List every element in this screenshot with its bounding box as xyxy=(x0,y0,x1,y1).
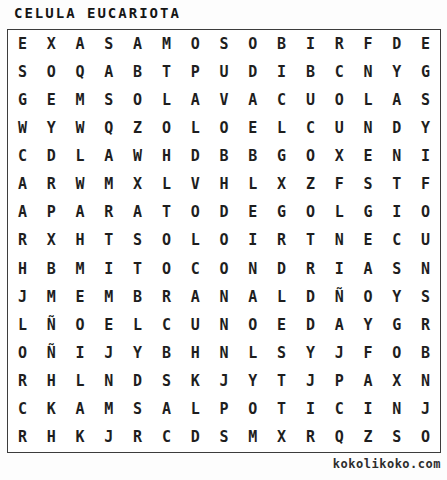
grid-cell[interactable]: G xyxy=(8,86,37,114)
grid-cell[interactable]: E xyxy=(354,143,383,171)
grid-cell[interactable]: D xyxy=(37,143,66,171)
grid-cell[interactable]: O xyxy=(37,58,66,86)
grid-cell[interactable]: T xyxy=(382,171,411,199)
grid-cell[interactable]: E xyxy=(411,30,440,58)
grid-cell[interactable]: A xyxy=(8,171,37,199)
grid-cell[interactable]: R xyxy=(94,199,123,227)
grid-cell[interactable]: B xyxy=(123,283,152,311)
grid-cell[interactable]: R xyxy=(267,227,296,255)
grid-cell[interactable]: A xyxy=(152,396,181,424)
grid-cell[interactable]: X xyxy=(325,143,354,171)
grid-cell[interactable]: I xyxy=(354,396,383,424)
grid-cell[interactable]: K xyxy=(66,424,95,452)
grid-cell[interactable]: P xyxy=(325,368,354,396)
grid-cell[interactable]: A xyxy=(354,368,383,396)
grid-cell[interactable]: J xyxy=(411,396,440,424)
grid-cell[interactable]: A xyxy=(382,86,411,114)
grid-cell[interactable]: I xyxy=(94,255,123,283)
grid-cell[interactable]: B xyxy=(123,58,152,86)
grid-cell[interactable]: Q xyxy=(66,58,95,86)
grid-cell[interactable]: U xyxy=(296,86,325,114)
grid-cell[interactable]: S xyxy=(267,339,296,367)
grid-cell[interactable]: C xyxy=(267,86,296,114)
grid-cell[interactable]: M xyxy=(37,283,66,311)
grid-cell[interactable]: K xyxy=(181,368,210,396)
grid-cell[interactable]: L xyxy=(123,311,152,339)
puzzle-title: CELULA EUCARIOTA xyxy=(14,5,181,21)
grid-cell[interactable]: L xyxy=(152,171,181,199)
grid-cell[interactable]: O xyxy=(210,227,239,255)
grid-cell[interactable]: R xyxy=(152,283,181,311)
grid-cell[interactable]: N xyxy=(382,396,411,424)
grid-cell[interactable]: D xyxy=(210,199,239,227)
grid-cell[interactable]: O xyxy=(181,30,210,58)
grid-cell[interactable]: O xyxy=(238,30,267,58)
letter-grid: EXASAMOSOBIRFDESOQABTPUDIBCNYGGEMSOLAVAC… xyxy=(7,29,441,453)
grid-cell[interactable]: Y xyxy=(382,58,411,86)
grid-cell[interactable]: B xyxy=(296,58,325,86)
grid-cell[interactable]: I xyxy=(382,199,411,227)
grid-cell[interactable]: Y xyxy=(37,114,66,142)
grid-cell[interactable]: C xyxy=(181,255,210,283)
grid-cell[interactable]: A xyxy=(354,255,383,283)
grid-cell[interactable]: A xyxy=(123,30,152,58)
grid-cell[interactable]: C xyxy=(152,424,181,452)
grid-cell[interactable]: O xyxy=(8,339,37,367)
grid-cell[interactable]: T xyxy=(152,199,181,227)
grid-cell[interactable]: L xyxy=(181,114,210,142)
grid-cell[interactable]: N xyxy=(210,339,239,367)
grid-cell[interactable]: B xyxy=(238,143,267,171)
grid-cell[interactable]: O xyxy=(354,283,383,311)
grid-cell[interactable]: W xyxy=(66,114,95,142)
grid-cell[interactable]: S xyxy=(382,255,411,283)
grid-cell[interactable]: G xyxy=(267,199,296,227)
grid-cell[interactable]: H xyxy=(37,368,66,396)
grid-cell[interactable]: M xyxy=(152,30,181,58)
grid-cell[interactable]: D xyxy=(238,58,267,86)
grid-cell[interactable]: S xyxy=(411,283,440,311)
grid-cell[interactable]: T xyxy=(267,368,296,396)
grid-cell[interactable]: Y xyxy=(123,339,152,367)
grid-cell[interactable]: F xyxy=(354,339,383,367)
grid-cell[interactable]: U xyxy=(325,114,354,142)
grid-cell[interactable]: M xyxy=(94,396,123,424)
grid-cell[interactable]: E xyxy=(238,114,267,142)
grid-cell[interactable]: O xyxy=(152,255,181,283)
grid-cell[interactable]: O xyxy=(411,424,440,452)
grid-cell[interactable]: K xyxy=(37,396,66,424)
grid-cell[interactable]: A xyxy=(181,86,210,114)
grid-cell[interactable]: I xyxy=(325,255,354,283)
grid-cell[interactable]: H xyxy=(66,227,95,255)
grid-cell[interactable]: Y xyxy=(411,114,440,142)
grid-cell[interactable]: M xyxy=(94,283,123,311)
grid-cell[interactable]: L xyxy=(152,86,181,114)
grid-cell[interactable]: C xyxy=(382,227,411,255)
grid-cell[interactable]: T xyxy=(296,227,325,255)
grid-cell[interactable]: C xyxy=(325,396,354,424)
grid-cell[interactable]: G xyxy=(411,58,440,86)
grid-cell[interactable]: B xyxy=(210,143,239,171)
grid-cell[interactable]: Y xyxy=(354,311,383,339)
grid-cell[interactable]: O xyxy=(238,396,267,424)
grid-cell[interactable]: S xyxy=(94,86,123,114)
grid-cell[interactable]: H xyxy=(181,339,210,367)
grid-cell[interactable]: F xyxy=(325,171,354,199)
grid-cell[interactable]: E xyxy=(354,227,383,255)
grid-cell[interactable]: Ñ xyxy=(37,339,66,367)
grid-cell[interactable]: S xyxy=(210,30,239,58)
grid-cell[interactable]: D xyxy=(382,30,411,58)
grid-cell[interactable]: B xyxy=(152,339,181,367)
grid-cell[interactable]: E xyxy=(8,30,37,58)
grid-cell[interactable]: E xyxy=(66,283,95,311)
grid-cell[interactable]: T xyxy=(152,58,181,86)
grid-cell[interactable]: V xyxy=(181,171,210,199)
grid-cell[interactable]: E xyxy=(94,311,123,339)
grid-cell[interactable]: X xyxy=(267,171,296,199)
grid-cell[interactable]: O xyxy=(152,227,181,255)
grid-cell[interactable]: B xyxy=(267,30,296,58)
grid-cell[interactable]: W xyxy=(8,114,37,142)
grid-cell[interactable]: C xyxy=(152,311,181,339)
grid-cell[interactable]: A xyxy=(325,311,354,339)
grid-cell[interactable]: S xyxy=(152,368,181,396)
grid-cell[interactable]: N xyxy=(354,58,383,86)
grid-cell[interactable]: H xyxy=(152,143,181,171)
grid-cell[interactable]: D xyxy=(181,424,210,452)
grid-cell[interactable]: R xyxy=(123,424,152,452)
grid-cell[interactable]: T xyxy=(267,396,296,424)
grid-cell[interactable]: J xyxy=(94,424,123,452)
grid-cell[interactable]: A xyxy=(66,396,95,424)
grid-cell[interactable]: O xyxy=(296,143,325,171)
grid-cell[interactable]: L xyxy=(325,199,354,227)
grid-cell[interactable]: D xyxy=(123,368,152,396)
grid-cell[interactable]: S xyxy=(8,58,37,86)
grid-cell[interactable]: J xyxy=(296,368,325,396)
grid-cell[interactable]: I xyxy=(267,58,296,86)
grid-cell[interactable]: A xyxy=(238,283,267,311)
grid-cell[interactable]: O xyxy=(181,199,210,227)
grid-cell[interactable]: S xyxy=(123,396,152,424)
grid-cell[interactable]: L xyxy=(267,114,296,142)
grid-cell[interactable]: O xyxy=(296,199,325,227)
grid-cell[interactable]: R xyxy=(37,171,66,199)
grid-cell[interactable]: Ñ xyxy=(325,283,354,311)
grid-cell[interactable]: P xyxy=(210,396,239,424)
grid-cell[interactable]: U xyxy=(210,58,239,86)
grid-cell[interactable]: R xyxy=(8,368,37,396)
grid-cell[interactable]: J xyxy=(94,339,123,367)
grid-cell[interactable]: J xyxy=(325,339,354,367)
grid-cell[interactable]: S xyxy=(123,227,152,255)
grid-cell[interactable]: S xyxy=(354,171,383,199)
grid-cell[interactable]: G xyxy=(267,143,296,171)
grid-cell[interactable]: O xyxy=(210,114,239,142)
grid-cell[interactable]: Z xyxy=(354,424,383,452)
grid-cell[interactable]: Q xyxy=(325,424,354,452)
grid-cell[interactable]: W xyxy=(66,171,95,199)
grid-cell[interactable]: F xyxy=(354,30,383,58)
grid-cell[interactable]: C xyxy=(325,58,354,86)
watermark: kokolikoko.com xyxy=(333,457,441,471)
grid-cell[interactable]: J xyxy=(8,283,37,311)
grid-cell[interactable]: C xyxy=(8,143,37,171)
grid-cell[interactable]: A xyxy=(66,30,95,58)
grid-cell[interactable]: S xyxy=(411,86,440,114)
grid-cell[interactable]: F xyxy=(411,171,440,199)
grid-cell[interactable]: I xyxy=(238,227,267,255)
grid-cell[interactable]: A xyxy=(123,199,152,227)
grid-cell[interactable]: A xyxy=(66,199,95,227)
grid-cell[interactable]: L xyxy=(181,227,210,255)
grid-cell[interactable]: O xyxy=(382,339,411,367)
grid-cell[interactable]: N xyxy=(354,114,383,142)
grid-cell[interactable]: Y xyxy=(296,339,325,367)
grid-cell[interactable]: O xyxy=(210,255,239,283)
grid-cell[interactable]: R xyxy=(296,424,325,452)
grid-cell[interactable]: O xyxy=(411,199,440,227)
grid-cell[interactable]: L xyxy=(238,171,267,199)
grid-cell[interactable]: O xyxy=(152,114,181,142)
grid-cell[interactable]: P xyxy=(37,199,66,227)
grid-cell[interactable]: J xyxy=(210,368,239,396)
grid-cell[interactable]: V xyxy=(210,86,239,114)
grid-cell[interactable]: G xyxy=(382,311,411,339)
grid-cell[interactable]: X xyxy=(37,30,66,58)
grid-cell[interactable]: O xyxy=(66,311,95,339)
grid-cell[interactable]: R xyxy=(411,311,440,339)
grid-cell[interactable]: L xyxy=(66,143,95,171)
grid-cell[interactable]: L xyxy=(181,396,210,424)
grid-cell[interactable]: N xyxy=(210,311,239,339)
grid-cell[interactable]: W xyxy=(123,143,152,171)
grid-cell[interactable]: E xyxy=(267,311,296,339)
grid-cell[interactable]: C xyxy=(8,396,37,424)
grid-cell[interactable]: S xyxy=(94,30,123,58)
grid-cell[interactable]: N xyxy=(210,283,239,311)
grid-cell[interactable]: Y xyxy=(238,368,267,396)
grid-cell[interactable]: A xyxy=(94,58,123,86)
grid-cell[interactable]: A xyxy=(238,86,267,114)
grid-cell[interactable]: T xyxy=(94,227,123,255)
grid-cell[interactable]: R xyxy=(296,255,325,283)
grid-cell[interactable]: D xyxy=(181,143,210,171)
grid-cell[interactable]: N xyxy=(382,143,411,171)
grid-cell[interactable]: Z xyxy=(123,114,152,142)
grid-cell[interactable]: B xyxy=(37,255,66,283)
grid-cell[interactable]: Y xyxy=(382,283,411,311)
grid-cell[interactable]: U xyxy=(411,227,440,255)
grid-cell[interactable]: I xyxy=(411,143,440,171)
grid-cell[interactable]: R xyxy=(325,30,354,58)
grid-cell[interactable]: N xyxy=(238,255,267,283)
grid-cell[interactable]: A xyxy=(94,143,123,171)
grid-cell[interactable]: C xyxy=(296,114,325,142)
grid-cell[interactable]: E xyxy=(238,199,267,227)
grid-cell[interactable]: R xyxy=(8,424,37,452)
grid-cell[interactable]: G xyxy=(354,199,383,227)
grid-cell[interactable]: Ñ xyxy=(37,311,66,339)
grid-cell[interactable]: O xyxy=(238,311,267,339)
grid-cell[interactable]: X xyxy=(382,368,411,396)
grid-cell[interactable]: D xyxy=(296,311,325,339)
grid-cell[interactable]: H xyxy=(8,255,37,283)
grid-cell[interactable]: M xyxy=(66,255,95,283)
grid-cell[interactable]: P xyxy=(181,58,210,86)
grid-cell[interactable]: A xyxy=(181,283,210,311)
grid-cell[interactable]: D xyxy=(296,283,325,311)
grid-cell[interactable]: N xyxy=(411,368,440,396)
grid-cell[interactable]: S xyxy=(210,424,239,452)
grid-cell[interactable]: I xyxy=(66,339,95,367)
grid-cell[interactable]: M xyxy=(94,171,123,199)
grid-cell[interactable]: T xyxy=(123,255,152,283)
grid-cell[interactable]: D xyxy=(267,255,296,283)
grid-cell[interactable]: X xyxy=(267,424,296,452)
grid-cell[interactable]: L xyxy=(66,368,95,396)
grid-cell[interactable]: N xyxy=(325,227,354,255)
grid-cell[interactable]: B xyxy=(411,339,440,367)
grid-cell[interactable]: O xyxy=(325,86,354,114)
grid-cell[interactable]: L xyxy=(267,283,296,311)
grid-cell[interactable]: O xyxy=(123,86,152,114)
grid-cell[interactable]: H xyxy=(37,424,66,452)
grid-cell[interactable]: L xyxy=(354,86,383,114)
grid-cell[interactable]: D xyxy=(382,114,411,142)
grid-cell[interactable]: R xyxy=(8,227,37,255)
grid-cell[interactable]: I xyxy=(296,30,325,58)
grid-cell[interactable]: N xyxy=(94,368,123,396)
grid-cell[interactable]: A xyxy=(8,199,37,227)
grid-cell[interactable]: Z xyxy=(296,171,325,199)
grid-cell[interactable]: N xyxy=(411,255,440,283)
grid-cell[interactable]: E xyxy=(37,86,66,114)
grid-cell[interactable]: L xyxy=(8,311,37,339)
grid-cell[interactable]: H xyxy=(210,171,239,199)
grid-cell[interactable]: X xyxy=(123,171,152,199)
grid-cell[interactable]: U xyxy=(181,311,210,339)
grid-cell[interactable]: Q xyxy=(94,114,123,142)
grid-cell[interactable]: L xyxy=(238,339,267,367)
grid-cell[interactable]: M xyxy=(238,424,267,452)
grid-cell[interactable]: I xyxy=(296,396,325,424)
grid-cell[interactable]: M xyxy=(66,86,95,114)
grid-cell[interactable]: S xyxy=(382,424,411,452)
grid-cell[interactable]: X xyxy=(37,227,66,255)
